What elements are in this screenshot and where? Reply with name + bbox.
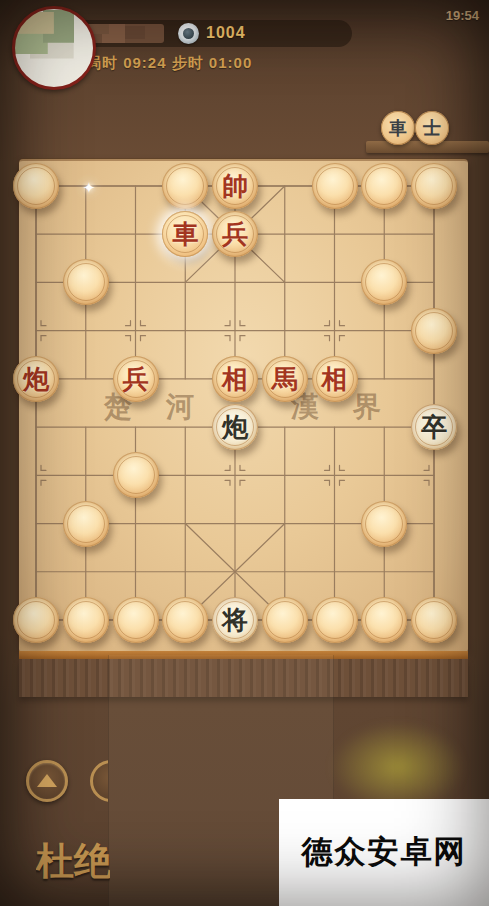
piece-red-兵[interactable]: 兵 [113, 356, 159, 402]
piece-hidden[interactable] [113, 452, 159, 498]
second-button-partial[interactable] [90, 760, 108, 802]
captured-piece-label: 車 [389, 116, 407, 140]
piece-hidden[interactable] [63, 597, 109, 643]
piece-hidden[interactable] [113, 597, 159, 643]
watermark-text: 德众安卓网 [302, 831, 467, 906]
piece-label: 将 [222, 597, 248, 643]
player-name-censored [86, 24, 164, 43]
piece-hidden[interactable] [312, 597, 358, 643]
piece-hidden[interactable] [162, 597, 208, 643]
chevron-up-icon [37, 774, 57, 787]
piece-label: 相 [222, 356, 248, 402]
piece-red-帥[interactable]: 帥 [212, 163, 258, 209]
piece-hidden[interactable] [312, 163, 358, 209]
piece-label: 帥 [222, 163, 248, 209]
banner-text-clip: 杜绝 [36, 836, 110, 896]
game-screen: 1004 局时 09:24 步时 01:00 19:54 車士 楚 河 漢 界 … [0, 0, 489, 906]
piece-label: 兵 [123, 356, 149, 402]
piece-black-炮[interactable]: 炮 [212, 404, 258, 450]
coin-icon [178, 23, 199, 44]
piece-label: 炮 [23, 356, 49, 402]
piece-red-炮[interactable]: 炮 [13, 356, 59, 402]
piece-hidden[interactable] [13, 163, 59, 209]
captured-piece-label: 士 [423, 116, 441, 140]
player-info-bar: 1004 [60, 20, 352, 47]
piece-hidden[interactable] [63, 501, 109, 547]
watermark-box: 德众安卓网 [279, 799, 489, 906]
piece-label: 車 [172, 211, 198, 257]
piece-hidden[interactable] [162, 163, 208, 209]
piece-hidden[interactable] [361, 501, 407, 547]
piece-hidden[interactable] [13, 597, 59, 643]
piece-label: 兵 [222, 211, 248, 257]
piece-label: 馬 [272, 356, 298, 402]
piece-hidden[interactable] [411, 597, 457, 643]
piece-black-将[interactable]: 将 [212, 597, 258, 643]
system-clock: 19:54 [446, 8, 479, 23]
piece-hidden[interactable] [411, 308, 457, 354]
piece-hidden[interactable] [262, 597, 308, 643]
coin-count: 1004 [206, 24, 246, 42]
captured-piece-車: 車 [381, 111, 415, 145]
piece-hidden[interactable] [63, 259, 109, 305]
piece-red-馬[interactable]: 馬 [262, 356, 308, 402]
captured-piece-士: 士 [415, 111, 449, 145]
piece-hidden[interactable] [361, 597, 407, 643]
avatar[interactable] [12, 6, 96, 90]
piece-red-相[interactable]: 相 [312, 356, 358, 402]
expand-button[interactable] [26, 760, 68, 802]
piece-black-卒[interactable]: 卒 [411, 404, 457, 450]
piece-hidden[interactable] [411, 163, 457, 209]
piece-red-相[interactable]: 相 [212, 356, 258, 402]
piece-red-兵[interactable]: 兵 [212, 211, 258, 257]
sparkle-icon: ✦ [80, 179, 98, 197]
piece-label: 卒 [421, 404, 447, 450]
piece-label: 炮 [222, 404, 248, 450]
game-clock-text: 局时 09:24 步时 01:00 [86, 54, 252, 73]
piece-hidden[interactable] [361, 163, 407, 209]
piece-label: 相 [322, 356, 348, 402]
banner-text: 杜绝 [36, 838, 110, 883]
